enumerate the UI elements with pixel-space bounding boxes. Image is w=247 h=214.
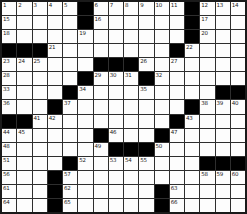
clue-number: 55 bbox=[140, 157, 146, 163]
clue-number: 7 bbox=[110, 2, 113, 8]
white-cell[interactable]: 15 bbox=[2, 16, 16, 29]
clue-number: 9 bbox=[140, 2, 143, 8]
black-cell bbox=[2, 44, 16, 57]
white-cell[interactable] bbox=[170, 16, 184, 29]
white-cell[interactable] bbox=[170, 171, 184, 184]
white-cell[interactable] bbox=[216, 58, 230, 71]
black-cell bbox=[200, 157, 214, 170]
white-cell[interactable] bbox=[185, 72, 199, 85]
white-cell[interactable]: 9 bbox=[139, 2, 153, 15]
white-cell[interactable]: 41 bbox=[33, 115, 47, 128]
white-cell[interactable] bbox=[216, 129, 230, 142]
black-cell bbox=[48, 100, 62, 113]
white-cell[interactable]: 45 bbox=[17, 129, 31, 142]
white-cell[interactable] bbox=[48, 129, 62, 142]
white-cell[interactable]: 43 bbox=[185, 115, 199, 128]
white-cell[interactable] bbox=[231, 44, 245, 57]
white-cell[interactable] bbox=[109, 16, 123, 29]
white-cell[interactable]: 52 bbox=[78, 157, 92, 170]
white-cell[interactable] bbox=[185, 185, 199, 198]
clue-number: 10 bbox=[156, 2, 162, 8]
clue-number: 4 bbox=[49, 2, 52, 8]
white-cell[interactable]: 29 bbox=[94, 72, 108, 85]
black-cell bbox=[2, 115, 16, 128]
black-cell bbox=[231, 86, 245, 99]
clue-number: 49 bbox=[95, 143, 101, 149]
clue-number: 23 bbox=[3, 58, 9, 64]
white-cell[interactable]: 22 bbox=[185, 44, 199, 57]
white-cell[interactable]: 28 bbox=[2, 72, 16, 85]
white-cell[interactable] bbox=[63, 58, 77, 71]
white-cell[interactable]: 1 bbox=[2, 2, 16, 15]
clue-number: 25 bbox=[34, 58, 40, 64]
clue-number: 3 bbox=[34, 2, 37, 8]
white-cell[interactable]: 26 bbox=[139, 58, 153, 71]
white-cell[interactable] bbox=[94, 157, 108, 170]
white-cell[interactable] bbox=[78, 100, 92, 113]
white-cell[interactable]: 4 bbox=[48, 2, 62, 15]
white-cell[interactable] bbox=[170, 143, 184, 156]
white-cell[interactable] bbox=[78, 185, 92, 198]
white-cell[interactable] bbox=[63, 16, 77, 29]
white-cell[interactable] bbox=[78, 44, 92, 57]
black-cell bbox=[63, 157, 77, 170]
white-cell[interactable] bbox=[33, 143, 47, 156]
clue-number: 45 bbox=[18, 129, 24, 135]
black-cell bbox=[78, 72, 92, 85]
white-cell[interactable] bbox=[17, 86, 31, 99]
white-cell[interactable] bbox=[63, 30, 77, 43]
black-cell bbox=[185, 2, 199, 15]
white-cell[interactable]: 50 bbox=[155, 143, 169, 156]
white-cell[interactable] bbox=[78, 58, 92, 71]
white-cell[interactable] bbox=[139, 16, 153, 29]
white-cell[interactable] bbox=[78, 129, 92, 142]
black-cell bbox=[48, 171, 62, 184]
white-cell[interactable]: 8 bbox=[124, 2, 138, 15]
clue-number: 26 bbox=[140, 58, 146, 64]
clue-number: 41 bbox=[34, 115, 40, 121]
white-cell[interactable] bbox=[231, 30, 245, 43]
white-cell[interactable] bbox=[185, 157, 199, 170]
white-cell[interactable] bbox=[124, 199, 138, 212]
white-cell[interactable]: 21 bbox=[48, 44, 62, 57]
white-cell[interactable] bbox=[155, 30, 169, 43]
white-cell[interactable]: 40 bbox=[231, 100, 245, 113]
clue-number: 42 bbox=[49, 115, 55, 121]
white-cell[interactable]: 24 bbox=[17, 58, 31, 71]
clue-number: 53 bbox=[110, 157, 116, 163]
white-cell[interactable] bbox=[17, 72, 31, 85]
white-cell[interactable]: 38 bbox=[200, 100, 214, 113]
white-cell[interactable] bbox=[17, 185, 31, 198]
white-cell[interactable] bbox=[48, 16, 62, 29]
white-cell[interactable] bbox=[33, 157, 47, 170]
black-cell bbox=[94, 58, 108, 71]
white-cell[interactable] bbox=[109, 30, 123, 43]
clue-number: 51 bbox=[3, 157, 9, 163]
white-cell[interactable]: 16 bbox=[94, 16, 108, 29]
crossword-grid: 1234567891011121314151617181920212223242… bbox=[0, 0, 247, 214]
clue-number: 43 bbox=[186, 115, 192, 121]
white-cell[interactable] bbox=[94, 199, 108, 212]
white-cell[interactable] bbox=[170, 100, 184, 113]
crossword-puzzle: 1234567891011121314151617181920212223242… bbox=[0, 0, 247, 214]
white-cell[interactable] bbox=[48, 72, 62, 85]
clue-number: 5 bbox=[64, 2, 67, 8]
black-cell bbox=[155, 199, 169, 212]
white-cell[interactable]: 49 bbox=[94, 143, 108, 156]
black-cell bbox=[78, 2, 92, 15]
black-cell bbox=[170, 115, 184, 128]
white-cell[interactable] bbox=[48, 58, 62, 71]
white-cell[interactable]: 18 bbox=[2, 30, 16, 43]
white-cell[interactable] bbox=[155, 171, 169, 184]
clue-number: 32 bbox=[156, 72, 162, 78]
white-cell[interactable] bbox=[216, 199, 230, 212]
clue-number: 12 bbox=[201, 2, 207, 8]
clue-number: 54 bbox=[125, 157, 131, 163]
white-cell[interactable] bbox=[94, 44, 108, 57]
white-cell[interactable] bbox=[155, 16, 169, 29]
white-cell[interactable] bbox=[48, 30, 62, 43]
clue-number: 37 bbox=[64, 100, 70, 106]
clue-number: 40 bbox=[232, 100, 238, 106]
white-cell[interactable] bbox=[200, 129, 214, 142]
white-cell[interactable]: 12 bbox=[200, 2, 214, 15]
black-cell bbox=[231, 157, 245, 170]
black-cell bbox=[109, 58, 123, 71]
white-cell[interactable]: 56 bbox=[2, 171, 16, 184]
white-cell[interactable]: 62 bbox=[63, 185, 77, 198]
white-cell[interactable]: 53 bbox=[109, 157, 123, 170]
black-cell bbox=[17, 115, 31, 128]
white-cell[interactable]: 60 bbox=[231, 171, 245, 184]
white-cell[interactable] bbox=[48, 157, 62, 170]
white-cell[interactable] bbox=[63, 143, 77, 156]
white-cell[interactable]: 64 bbox=[2, 199, 16, 212]
clue-number: 16 bbox=[95, 16, 101, 22]
white-cell[interactable] bbox=[48, 143, 62, 156]
white-cell[interactable] bbox=[155, 100, 169, 113]
white-cell[interactable] bbox=[124, 129, 138, 142]
white-cell[interactable] bbox=[185, 129, 199, 142]
black-cell bbox=[48, 185, 62, 198]
black-cell bbox=[185, 30, 199, 43]
clue-number: 19 bbox=[79, 30, 85, 36]
white-cell[interactable]: 30 bbox=[109, 72, 123, 85]
white-cell[interactable] bbox=[231, 115, 245, 128]
white-cell[interactable] bbox=[155, 44, 169, 57]
clue-number: 13 bbox=[217, 2, 223, 8]
clue-number: 18 bbox=[3, 30, 9, 36]
white-cell[interactable] bbox=[33, 30, 47, 43]
white-cell[interactable] bbox=[17, 100, 31, 113]
white-cell[interactable]: 25 bbox=[33, 58, 47, 71]
black-cell bbox=[185, 100, 199, 113]
white-cell[interactable]: 55 bbox=[139, 157, 153, 170]
white-cell[interactable] bbox=[139, 185, 153, 198]
white-cell[interactable] bbox=[170, 86, 184, 99]
black-cell bbox=[216, 86, 230, 99]
white-cell[interactable] bbox=[33, 199, 47, 212]
white-cell[interactable] bbox=[139, 129, 153, 142]
white-cell[interactable] bbox=[48, 86, 62, 99]
clue-number: 33 bbox=[3, 86, 9, 92]
white-cell[interactable]: 39 bbox=[216, 100, 230, 113]
clue-number: 2 bbox=[18, 2, 21, 8]
white-cell[interactable]: 37 bbox=[63, 100, 77, 113]
white-cell[interactable]: 11 bbox=[170, 2, 184, 15]
white-cell[interactable] bbox=[139, 199, 153, 212]
clue-number: 66 bbox=[171, 199, 177, 205]
white-cell[interactable]: 51 bbox=[2, 157, 16, 170]
clue-number: 8 bbox=[125, 2, 128, 8]
clue-number: 39 bbox=[217, 100, 223, 106]
white-cell[interactable] bbox=[17, 16, 31, 29]
white-cell[interactable] bbox=[124, 115, 138, 128]
white-cell[interactable] bbox=[231, 72, 245, 85]
white-cell[interactable] bbox=[33, 72, 47, 85]
white-cell[interactable]: 61 bbox=[2, 185, 16, 198]
white-cell[interactable]: 57 bbox=[63, 171, 77, 184]
white-cell[interactable] bbox=[109, 44, 123, 57]
white-cell[interactable]: 46 bbox=[109, 129, 123, 142]
white-cell[interactable]: 63 bbox=[170, 185, 184, 198]
white-cell[interactable]: 2 bbox=[17, 2, 31, 15]
clue-number: 58 bbox=[201, 171, 207, 177]
white-cell[interactable] bbox=[216, 72, 230, 85]
clue-number: 57 bbox=[64, 171, 70, 177]
clue-number: 29 bbox=[95, 72, 101, 78]
white-cell[interactable] bbox=[94, 100, 108, 113]
white-cell[interactable] bbox=[17, 143, 31, 156]
white-cell[interactable] bbox=[17, 171, 31, 184]
white-cell[interactable] bbox=[124, 86, 138, 99]
clue-number: 46 bbox=[110, 129, 116, 135]
white-cell[interactable]: 32 bbox=[155, 72, 169, 85]
white-cell[interactable]: 48 bbox=[2, 143, 16, 156]
white-cell[interactable] bbox=[63, 115, 77, 128]
black-cell bbox=[17, 44, 31, 57]
white-cell[interactable] bbox=[231, 58, 245, 71]
clue-number: 11 bbox=[171, 2, 177, 8]
white-cell[interactable] bbox=[200, 199, 214, 212]
white-cell[interactable] bbox=[63, 44, 77, 57]
black-cell bbox=[155, 129, 169, 142]
white-cell[interactable]: 44 bbox=[2, 129, 16, 142]
white-cell[interactable] bbox=[124, 16, 138, 29]
white-cell[interactable] bbox=[139, 115, 153, 128]
white-cell[interactable]: 47 bbox=[170, 129, 184, 142]
clue-number: 14 bbox=[232, 2, 238, 8]
white-cell[interactable]: 65 bbox=[63, 199, 77, 212]
white-cell[interactable] bbox=[155, 115, 169, 128]
clue-number: 20 bbox=[201, 30, 207, 36]
black-cell bbox=[33, 44, 47, 57]
clue-number: 59 bbox=[217, 171, 223, 177]
white-cell[interactable] bbox=[94, 115, 108, 128]
white-cell[interactable] bbox=[170, 157, 184, 170]
white-cell[interactable] bbox=[170, 30, 184, 43]
clue-number: 62 bbox=[64, 185, 70, 191]
black-cell bbox=[94, 129, 108, 142]
clue-number: 36 bbox=[3, 100, 9, 106]
white-cell[interactable] bbox=[124, 30, 138, 43]
white-cell[interactable] bbox=[216, 115, 230, 128]
white-cell[interactable] bbox=[94, 86, 108, 99]
white-cell[interactable] bbox=[124, 171, 138, 184]
white-cell[interactable] bbox=[17, 199, 31, 212]
white-cell[interactable]: 27 bbox=[170, 58, 184, 71]
clue-number: 22 bbox=[186, 44, 192, 50]
white-cell[interactable] bbox=[33, 100, 47, 113]
white-cell[interactable] bbox=[200, 185, 214, 198]
black-cell bbox=[124, 58, 138, 71]
white-cell[interactable]: 23 bbox=[2, 58, 16, 71]
white-cell[interactable] bbox=[200, 44, 214, 57]
white-cell[interactable] bbox=[109, 115, 123, 128]
white-cell[interactable]: 34 bbox=[78, 86, 92, 99]
white-cell[interactable] bbox=[200, 115, 214, 128]
black-cell bbox=[155, 185, 169, 198]
black-cell bbox=[124, 143, 138, 156]
clue-number: 1 bbox=[3, 2, 6, 8]
white-cell[interactable] bbox=[139, 44, 153, 57]
white-cell[interactable]: 33 bbox=[2, 86, 16, 99]
white-cell[interactable] bbox=[94, 171, 108, 184]
white-cell[interactable] bbox=[33, 185, 47, 198]
white-cell[interactable] bbox=[155, 58, 169, 71]
white-cell[interactable] bbox=[63, 129, 77, 142]
white-cell[interactable] bbox=[109, 86, 123, 99]
white-cell[interactable]: 54 bbox=[124, 157, 138, 170]
clue-number: 44 bbox=[3, 129, 9, 135]
white-cell[interactable] bbox=[216, 30, 230, 43]
white-cell[interactable] bbox=[78, 171, 92, 184]
clue-number: 31 bbox=[125, 72, 131, 78]
white-cell[interactable] bbox=[185, 143, 199, 156]
white-cell[interactable] bbox=[139, 100, 153, 113]
white-cell[interactable] bbox=[17, 30, 31, 43]
white-cell[interactable]: 6 bbox=[94, 2, 108, 15]
clue-number: 28 bbox=[3, 72, 9, 78]
white-cell[interactable] bbox=[78, 143, 92, 156]
clue-number: 21 bbox=[49, 44, 55, 50]
clue-number: 24 bbox=[18, 58, 24, 64]
white-cell[interactable] bbox=[109, 171, 123, 184]
clue-number: 56 bbox=[3, 171, 9, 177]
white-cell[interactable]: 42 bbox=[48, 115, 62, 128]
white-cell[interactable]: 58 bbox=[200, 171, 214, 184]
black-cell bbox=[48, 199, 62, 212]
clue-number: 63 bbox=[171, 185, 177, 191]
white-cell[interactable] bbox=[231, 16, 245, 29]
white-cell[interactable] bbox=[124, 100, 138, 113]
white-cell[interactable]: 10 bbox=[155, 2, 169, 15]
white-cell[interactable]: 3 bbox=[33, 2, 47, 15]
white-cell[interactable] bbox=[17, 157, 31, 170]
white-cell[interactable]: 66 bbox=[170, 199, 184, 212]
black-cell bbox=[170, 44, 184, 57]
white-cell[interactable] bbox=[231, 143, 245, 156]
white-cell[interactable] bbox=[78, 115, 92, 128]
white-cell[interactable] bbox=[200, 72, 214, 85]
clue-number: 60 bbox=[232, 171, 238, 177]
white-cell[interactable] bbox=[216, 143, 230, 156]
clue-number: 61 bbox=[3, 185, 9, 191]
white-cell[interactable] bbox=[216, 16, 230, 29]
white-cell[interactable] bbox=[200, 58, 214, 71]
white-cell[interactable]: 19 bbox=[78, 30, 92, 43]
white-cell[interactable] bbox=[33, 129, 47, 142]
clue-number: 50 bbox=[156, 143, 162, 149]
white-cell[interactable] bbox=[109, 199, 123, 212]
white-cell[interactable] bbox=[216, 44, 230, 57]
white-cell[interactable] bbox=[33, 171, 47, 184]
white-cell[interactable]: 5 bbox=[63, 2, 77, 15]
clue-number: 64 bbox=[3, 199, 9, 205]
white-cell[interactable] bbox=[185, 199, 199, 212]
white-cell[interactable]: 20 bbox=[200, 30, 214, 43]
white-cell[interactable]: 17 bbox=[200, 16, 214, 29]
black-cell bbox=[139, 143, 153, 156]
white-cell[interactable] bbox=[94, 185, 108, 198]
white-cell[interactable]: 31 bbox=[124, 72, 138, 85]
white-cell[interactable] bbox=[94, 30, 108, 43]
white-cell[interactable]: 59 bbox=[216, 171, 230, 184]
white-cell[interactable] bbox=[139, 171, 153, 184]
white-cell[interactable] bbox=[109, 185, 123, 198]
white-cell[interactable]: 13 bbox=[216, 2, 230, 15]
white-cell[interactable] bbox=[109, 100, 123, 113]
white-cell[interactable] bbox=[33, 16, 47, 29]
clue-number: 30 bbox=[110, 72, 116, 78]
white-cell[interactable] bbox=[63, 72, 77, 85]
white-cell[interactable]: 7 bbox=[109, 2, 123, 15]
white-cell[interactable] bbox=[231, 129, 245, 142]
white-cell[interactable]: 36 bbox=[2, 100, 16, 113]
white-cell[interactable] bbox=[33, 86, 47, 99]
white-cell[interactable] bbox=[185, 86, 199, 99]
clue-number: 38 bbox=[201, 100, 207, 106]
clue-number: 65 bbox=[64, 199, 70, 205]
white-cell[interactable] bbox=[200, 143, 214, 156]
white-cell[interactable] bbox=[185, 58, 199, 71]
clue-number: 34 bbox=[79, 86, 85, 92]
clue-number: 17 bbox=[201, 16, 207, 22]
black-cell bbox=[63, 86, 77, 99]
clue-number: 52 bbox=[79, 157, 85, 163]
white-cell[interactable] bbox=[155, 86, 169, 99]
white-cell[interactable] bbox=[200, 86, 214, 99]
white-cell[interactable] bbox=[124, 44, 138, 57]
clue-number: 27 bbox=[171, 58, 177, 64]
white-cell[interactable] bbox=[231, 199, 245, 212]
white-cell[interactable] bbox=[185, 171, 199, 184]
white-cell[interactable] bbox=[139, 30, 153, 43]
white-cell[interactable] bbox=[231, 185, 245, 198]
clue-number: 35 bbox=[140, 86, 146, 92]
white-cell[interactable]: 35 bbox=[139, 86, 153, 99]
white-cell[interactable]: 14 bbox=[231, 2, 245, 15]
white-cell[interactable] bbox=[170, 72, 184, 85]
white-cell[interactable] bbox=[124, 185, 138, 198]
clue-number: 6 bbox=[95, 2, 98, 8]
white-cell[interactable] bbox=[216, 185, 230, 198]
white-cell[interactable] bbox=[78, 199, 92, 212]
white-cell[interactable] bbox=[155, 157, 169, 170]
